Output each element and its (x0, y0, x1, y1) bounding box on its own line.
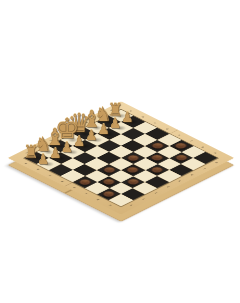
coordinate-label: b (36, 168, 40, 170)
chess-board-grid: ♜♟♞♟♝♟♛♟♚♟♝♟♞♟♜♟ (24, 110, 217, 207)
coordinate-label: a (24, 162, 28, 164)
product-photo: abcdefgh abcdefgh 87654321 87654321 ♜♟♞♟… (0, 0, 240, 303)
coordinate-label: b (141, 116, 145, 118)
coordinate-label: h (109, 204, 113, 206)
coordinate-label: e (178, 134, 182, 136)
coordinate-label: 2 (141, 198, 145, 200)
board-wooden-frame: abcdefgh abcdefgh 87654321 87654321 ♜♟♞♟… (8, 101, 235, 214)
coordinate-label: d (61, 180, 65, 182)
coordinate-label: c (154, 122, 158, 124)
coordinate-label: 3 (153, 192, 157, 194)
coordinate-label: g (96, 198, 100, 200)
chess-board-3d-wrapper: abcdefgh abcdefgh 87654321 87654321 ♜♟♞♟… (8, 101, 235, 214)
coordinate-label: 7 (201, 168, 205, 170)
white-pawn: ♟ (31, 153, 55, 167)
coordinate-label: 8 (214, 162, 218, 164)
coordinate-label: 1 (129, 204, 133, 206)
coordinate-label: f (190, 140, 193, 142)
coordinate-label: h (213, 152, 217, 154)
coordinate-label: 5 (177, 180, 181, 182)
coordinate-label: d (165, 128, 169, 130)
coordinate-label: g (201, 146, 205, 148)
coordinate-label: e (73, 186, 77, 188)
coordinate-label: c (49, 174, 53, 176)
coordinate-label: 4 (165, 186, 169, 188)
coordinate-label: 6 (189, 174, 193, 176)
coordinate-label: f (85, 192, 88, 194)
